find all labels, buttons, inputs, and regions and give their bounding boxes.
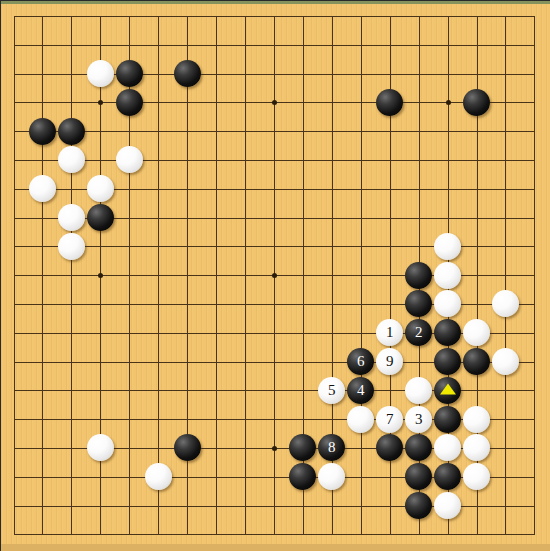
intersection[interactable] bbox=[231, 117, 260, 146]
intersection[interactable] bbox=[115, 232, 144, 261]
intersection[interactable] bbox=[115, 30, 144, 59]
intersection[interactable] bbox=[375, 290, 404, 319]
white-stone[interactable] bbox=[492, 348, 519, 375]
intersection[interactable] bbox=[491, 462, 520, 491]
intersection[interactable] bbox=[115, 59, 144, 88]
intersection[interactable] bbox=[28, 30, 57, 59]
intersection[interactable] bbox=[231, 462, 260, 491]
intersection[interactable] bbox=[115, 520, 144, 549]
intersection[interactable] bbox=[404, 146, 433, 175]
intersection[interactable] bbox=[173, 174, 202, 203]
intersection[interactable] bbox=[491, 520, 520, 549]
intersection[interactable] bbox=[86, 203, 115, 232]
intersection[interactable]: 6 bbox=[346, 347, 375, 376]
intersection[interactable] bbox=[462, 347, 491, 376]
black-stone[interactable] bbox=[434, 348, 461, 375]
black-stone[interactable] bbox=[58, 118, 85, 145]
intersection[interactable] bbox=[86, 462, 115, 491]
intersection[interactable] bbox=[317, 59, 346, 88]
intersection[interactable] bbox=[0, 290, 28, 319]
intersection[interactable] bbox=[259, 146, 288, 175]
intersection[interactable] bbox=[259, 88, 288, 117]
white-stone[interactable]: 3 bbox=[405, 406, 432, 433]
white-stone[interactable] bbox=[58, 204, 85, 231]
intersection[interactable] bbox=[288, 59, 317, 88]
intersection[interactable] bbox=[259, 376, 288, 405]
intersection[interactable] bbox=[491, 290, 520, 319]
intersection[interactable] bbox=[231, 290, 260, 319]
board-grid[interactable]: 126954738 bbox=[0, 2, 549, 549]
intersection[interactable] bbox=[520, 520, 549, 549]
intersection[interactable] bbox=[0, 232, 28, 261]
intersection[interactable] bbox=[375, 491, 404, 520]
intersection[interactable] bbox=[433, 146, 462, 175]
intersection[interactable] bbox=[57, 30, 86, 59]
black-stone[interactable]: 4 bbox=[347, 377, 374, 404]
intersection[interactable] bbox=[28, 462, 57, 491]
black-stone[interactable] bbox=[434, 377, 461, 404]
intersection[interactable] bbox=[144, 88, 173, 117]
intersection[interactable] bbox=[259, 318, 288, 347]
intersection[interactable] bbox=[404, 347, 433, 376]
intersection[interactable] bbox=[0, 318, 28, 347]
black-stone[interactable] bbox=[174, 434, 201, 461]
white-stone[interactable] bbox=[463, 463, 490, 490]
intersection[interactable] bbox=[433, 318, 462, 347]
intersection[interactable] bbox=[115, 318, 144, 347]
white-stone[interactable]: 5 bbox=[318, 377, 345, 404]
intersection[interactable] bbox=[86, 318, 115, 347]
intersection[interactable] bbox=[231, 146, 260, 175]
intersection[interactable] bbox=[115, 347, 144, 376]
intersection[interactable] bbox=[375, 434, 404, 463]
intersection[interactable] bbox=[259, 261, 288, 290]
intersection[interactable]: 9 bbox=[375, 347, 404, 376]
intersection[interactable] bbox=[346, 290, 375, 319]
intersection[interactable] bbox=[259, 520, 288, 549]
intersection[interactable] bbox=[57, 174, 86, 203]
intersection[interactable] bbox=[259, 462, 288, 491]
intersection[interactable] bbox=[491, 434, 520, 463]
intersection[interactable] bbox=[231, 520, 260, 549]
intersection[interactable] bbox=[86, 146, 115, 175]
intersection[interactable] bbox=[288, 2, 317, 31]
intersection[interactable] bbox=[433, 88, 462, 117]
intersection[interactable]: 1 bbox=[375, 318, 404, 347]
intersection[interactable] bbox=[520, 376, 549, 405]
intersection[interactable] bbox=[462, 376, 491, 405]
intersection[interactable] bbox=[404, 2, 433, 31]
intersection[interactable] bbox=[231, 2, 260, 31]
intersection[interactable] bbox=[462, 146, 491, 175]
intersection[interactable] bbox=[28, 203, 57, 232]
intersection[interactable] bbox=[173, 2, 202, 31]
intersection[interactable] bbox=[28, 491, 57, 520]
intersection[interactable] bbox=[288, 261, 317, 290]
white-stone[interactable] bbox=[463, 434, 490, 461]
intersection[interactable] bbox=[28, 232, 57, 261]
black-stone[interactable] bbox=[434, 319, 461, 346]
intersection[interactable] bbox=[375, 30, 404, 59]
intersection[interactable] bbox=[57, 117, 86, 146]
intersection[interactable] bbox=[491, 88, 520, 117]
intersection[interactable] bbox=[173, 261, 202, 290]
intersection[interactable] bbox=[144, 491, 173, 520]
intersection[interactable] bbox=[86, 491, 115, 520]
intersection[interactable] bbox=[433, 232, 462, 261]
intersection[interactable] bbox=[491, 59, 520, 88]
intersection[interactable] bbox=[173, 376, 202, 405]
intersection[interactable] bbox=[259, 347, 288, 376]
intersection[interactable] bbox=[144, 261, 173, 290]
intersection[interactable] bbox=[404, 117, 433, 146]
intersection[interactable] bbox=[462, 88, 491, 117]
intersection[interactable] bbox=[317, 174, 346, 203]
black-stone[interactable] bbox=[116, 89, 143, 116]
intersection[interactable] bbox=[375, 2, 404, 31]
intersection[interactable] bbox=[346, 30, 375, 59]
intersection[interactable] bbox=[462, 117, 491, 146]
intersection[interactable] bbox=[259, 491, 288, 520]
intersection[interactable] bbox=[86, 347, 115, 376]
intersection[interactable] bbox=[433, 30, 462, 59]
intersection[interactable] bbox=[202, 30, 231, 59]
white-stone[interactable] bbox=[318, 463, 345, 490]
intersection[interactable] bbox=[86, 232, 115, 261]
intersection[interactable] bbox=[86, 405, 115, 434]
intersection[interactable] bbox=[115, 290, 144, 319]
intersection[interactable] bbox=[317, 117, 346, 146]
intersection[interactable] bbox=[57, 88, 86, 117]
intersection[interactable] bbox=[491, 117, 520, 146]
intersection[interactable] bbox=[520, 261, 549, 290]
intersection[interactable] bbox=[86, 261, 115, 290]
intersection[interactable] bbox=[173, 146, 202, 175]
intersection[interactable] bbox=[346, 318, 375, 347]
intersection[interactable] bbox=[231, 405, 260, 434]
intersection[interactable] bbox=[28, 88, 57, 117]
intersection[interactable] bbox=[462, 30, 491, 59]
intersection[interactable] bbox=[404, 59, 433, 88]
white-stone[interactable] bbox=[87, 175, 114, 202]
intersection[interactable] bbox=[288, 174, 317, 203]
black-stone[interactable]: 2 bbox=[405, 319, 432, 346]
intersection[interactable] bbox=[520, 30, 549, 59]
intersection[interactable] bbox=[115, 434, 144, 463]
intersection[interactable] bbox=[491, 318, 520, 347]
intersection[interactable] bbox=[86, 290, 115, 319]
intersection[interactable] bbox=[404, 520, 433, 549]
intersection[interactable] bbox=[433, 174, 462, 203]
intersection[interactable] bbox=[259, 290, 288, 319]
intersection[interactable] bbox=[462, 232, 491, 261]
intersection[interactable] bbox=[28, 434, 57, 463]
intersection[interactable] bbox=[433, 59, 462, 88]
intersection[interactable] bbox=[202, 491, 231, 520]
intersection[interactable] bbox=[491, 261, 520, 290]
intersection[interactable] bbox=[0, 405, 28, 434]
intersection[interactable] bbox=[0, 347, 28, 376]
white-stone[interactable] bbox=[87, 60, 114, 87]
intersection[interactable] bbox=[173, 117, 202, 146]
intersection[interactable] bbox=[288, 434, 317, 463]
intersection[interactable] bbox=[404, 30, 433, 59]
intersection[interactable] bbox=[28, 146, 57, 175]
intersection[interactable] bbox=[375, 376, 404, 405]
intersection[interactable] bbox=[491, 30, 520, 59]
intersection[interactable] bbox=[57, 232, 86, 261]
intersection[interactable] bbox=[346, 232, 375, 261]
intersection[interactable] bbox=[144, 30, 173, 59]
intersection[interactable] bbox=[491, 405, 520, 434]
intersection[interactable] bbox=[491, 203, 520, 232]
intersection[interactable] bbox=[317, 462, 346, 491]
black-stone[interactable]: 8 bbox=[318, 434, 345, 461]
white-stone[interactable] bbox=[434, 233, 461, 260]
white-stone[interactable] bbox=[347, 406, 374, 433]
white-stone[interactable] bbox=[434, 290, 461, 317]
intersection[interactable] bbox=[57, 290, 86, 319]
intersection[interactable] bbox=[346, 491, 375, 520]
intersection[interactable] bbox=[202, 462, 231, 491]
intersection[interactable] bbox=[404, 462, 433, 491]
intersection[interactable] bbox=[231, 203, 260, 232]
intersection[interactable] bbox=[57, 146, 86, 175]
intersection[interactable] bbox=[520, 88, 549, 117]
white-stone[interactable] bbox=[116, 146, 143, 173]
intersection[interactable] bbox=[462, 318, 491, 347]
intersection[interactable] bbox=[288, 318, 317, 347]
intersection[interactable] bbox=[115, 491, 144, 520]
intersection[interactable] bbox=[346, 261, 375, 290]
intersection[interactable] bbox=[259, 434, 288, 463]
intersection[interactable] bbox=[144, 117, 173, 146]
black-stone[interactable] bbox=[289, 463, 316, 490]
intersection[interactable] bbox=[28, 117, 57, 146]
intersection[interactable] bbox=[317, 30, 346, 59]
intersection[interactable] bbox=[288, 347, 317, 376]
intersection[interactable] bbox=[491, 174, 520, 203]
intersection[interactable] bbox=[462, 2, 491, 31]
intersection[interactable] bbox=[0, 117, 28, 146]
intersection[interactable] bbox=[375, 117, 404, 146]
intersection[interactable] bbox=[231, 434, 260, 463]
white-stone[interactable] bbox=[434, 262, 461, 289]
black-stone[interactable] bbox=[405, 290, 432, 317]
intersection[interactable] bbox=[317, 347, 346, 376]
intersection[interactable] bbox=[202, 174, 231, 203]
white-stone[interactable] bbox=[87, 434, 114, 461]
intersection[interactable] bbox=[520, 146, 549, 175]
intersection[interactable] bbox=[86, 117, 115, 146]
intersection[interactable] bbox=[346, 117, 375, 146]
intersection[interactable] bbox=[28, 59, 57, 88]
intersection[interactable] bbox=[144, 232, 173, 261]
black-stone[interactable] bbox=[116, 60, 143, 87]
intersection[interactable] bbox=[0, 462, 28, 491]
intersection[interactable]: 2 bbox=[404, 318, 433, 347]
intersection[interactable] bbox=[202, 376, 231, 405]
intersection[interactable] bbox=[404, 434, 433, 463]
intersection[interactable] bbox=[0, 376, 28, 405]
intersection[interactable] bbox=[173, 88, 202, 117]
intersection[interactable] bbox=[520, 405, 549, 434]
intersection[interactable] bbox=[0, 203, 28, 232]
intersection[interactable] bbox=[317, 290, 346, 319]
intersection[interactable] bbox=[491, 146, 520, 175]
intersection[interactable] bbox=[115, 117, 144, 146]
intersection[interactable] bbox=[28, 347, 57, 376]
intersection[interactable] bbox=[231, 59, 260, 88]
intersection[interactable] bbox=[57, 203, 86, 232]
intersection[interactable] bbox=[404, 174, 433, 203]
intersection[interactable] bbox=[144, 376, 173, 405]
intersection[interactable] bbox=[57, 520, 86, 549]
white-stone[interactable] bbox=[434, 434, 461, 461]
intersection[interactable] bbox=[462, 462, 491, 491]
intersection[interactable] bbox=[462, 491, 491, 520]
white-stone[interactable] bbox=[463, 406, 490, 433]
intersection[interactable] bbox=[259, 405, 288, 434]
white-stone[interactable] bbox=[405, 377, 432, 404]
intersection[interactable] bbox=[433, 405, 462, 434]
intersection[interactable] bbox=[0, 491, 28, 520]
black-stone[interactable] bbox=[405, 463, 432, 490]
intersection[interactable] bbox=[86, 376, 115, 405]
intersection[interactable] bbox=[144, 174, 173, 203]
intersection[interactable] bbox=[173, 347, 202, 376]
go-board[interactable]: 126954738 bbox=[0, 0, 550, 551]
intersection[interactable] bbox=[231, 232, 260, 261]
intersection[interactable] bbox=[433, 2, 462, 31]
intersection[interactable] bbox=[86, 30, 115, 59]
intersection[interactable] bbox=[231, 261, 260, 290]
intersection[interactable] bbox=[259, 174, 288, 203]
intersection[interactable] bbox=[144, 290, 173, 319]
intersection[interactable] bbox=[288, 462, 317, 491]
intersection[interactable] bbox=[115, 2, 144, 31]
intersection[interactable] bbox=[375, 146, 404, 175]
intersection[interactable] bbox=[0, 520, 28, 549]
intersection[interactable] bbox=[173, 405, 202, 434]
intersection[interactable] bbox=[491, 491, 520, 520]
white-stone[interactable] bbox=[58, 233, 85, 260]
black-stone[interactable] bbox=[434, 406, 461, 433]
intersection[interactable] bbox=[259, 30, 288, 59]
intersection[interactable]: 3 bbox=[404, 405, 433, 434]
intersection[interactable] bbox=[86, 88, 115, 117]
intersection[interactable] bbox=[375, 174, 404, 203]
black-stone[interactable]: 6 bbox=[347, 348, 374, 375]
intersection[interactable] bbox=[375, 88, 404, 117]
intersection[interactable] bbox=[462, 520, 491, 549]
intersection[interactable] bbox=[433, 347, 462, 376]
intersection[interactable] bbox=[317, 232, 346, 261]
intersection[interactable] bbox=[520, 232, 549, 261]
intersection[interactable]: 7 bbox=[375, 405, 404, 434]
intersection[interactable] bbox=[520, 434, 549, 463]
intersection[interactable] bbox=[375, 59, 404, 88]
intersection[interactable] bbox=[375, 462, 404, 491]
intersection[interactable] bbox=[317, 146, 346, 175]
intersection[interactable] bbox=[520, 318, 549, 347]
intersection[interactable] bbox=[144, 520, 173, 549]
intersection[interactable] bbox=[115, 261, 144, 290]
intersection[interactable] bbox=[375, 232, 404, 261]
intersection[interactable] bbox=[288, 88, 317, 117]
intersection[interactable] bbox=[28, 174, 57, 203]
black-stone[interactable] bbox=[463, 348, 490, 375]
intersection[interactable] bbox=[288, 232, 317, 261]
intersection[interactable] bbox=[144, 59, 173, 88]
white-stone[interactable] bbox=[58, 146, 85, 173]
intersection[interactable] bbox=[57, 261, 86, 290]
intersection[interactable] bbox=[86, 2, 115, 31]
intersection[interactable] bbox=[462, 59, 491, 88]
intersection[interactable] bbox=[259, 2, 288, 31]
intersection[interactable] bbox=[375, 203, 404, 232]
intersection[interactable] bbox=[28, 405, 57, 434]
intersection[interactable] bbox=[115, 174, 144, 203]
intersection[interactable] bbox=[288, 203, 317, 232]
intersection[interactable] bbox=[202, 117, 231, 146]
intersection[interactable] bbox=[288, 520, 317, 549]
intersection[interactable] bbox=[520, 491, 549, 520]
intersection[interactable] bbox=[346, 59, 375, 88]
intersection[interactable] bbox=[202, 232, 231, 261]
intersection[interactable] bbox=[404, 290, 433, 319]
white-stone[interactable]: 1 bbox=[376, 319, 403, 346]
white-stone[interactable]: 7 bbox=[376, 406, 403, 433]
intersection[interactable]: 8 bbox=[317, 434, 346, 463]
intersection[interactable] bbox=[462, 203, 491, 232]
intersection[interactable] bbox=[259, 232, 288, 261]
intersection[interactable] bbox=[28, 2, 57, 31]
intersection[interactable] bbox=[404, 261, 433, 290]
intersection[interactable] bbox=[0, 434, 28, 463]
intersection[interactable] bbox=[462, 290, 491, 319]
black-stone[interactable] bbox=[405, 262, 432, 289]
intersection[interactable] bbox=[433, 434, 462, 463]
intersection[interactable] bbox=[491, 232, 520, 261]
intersection[interactable] bbox=[86, 434, 115, 463]
intersection[interactable] bbox=[202, 59, 231, 88]
intersection[interactable] bbox=[173, 520, 202, 549]
intersection[interactable] bbox=[520, 59, 549, 88]
intersection[interactable] bbox=[28, 520, 57, 549]
intersection[interactable] bbox=[404, 203, 433, 232]
intersection[interactable] bbox=[288, 491, 317, 520]
intersection[interactable] bbox=[57, 434, 86, 463]
intersection[interactable] bbox=[202, 88, 231, 117]
intersection[interactable] bbox=[259, 203, 288, 232]
intersection[interactable] bbox=[404, 376, 433, 405]
intersection[interactable] bbox=[144, 146, 173, 175]
intersection[interactable] bbox=[86, 174, 115, 203]
black-stone[interactable] bbox=[376, 434, 403, 461]
intersection[interactable] bbox=[520, 117, 549, 146]
intersection[interactable] bbox=[0, 30, 28, 59]
intersection[interactable] bbox=[462, 434, 491, 463]
intersection[interactable] bbox=[346, 434, 375, 463]
intersection[interactable] bbox=[173, 462, 202, 491]
intersection[interactable] bbox=[317, 88, 346, 117]
intersection[interactable] bbox=[86, 59, 115, 88]
intersection[interactable] bbox=[86, 520, 115, 549]
black-stone[interactable] bbox=[289, 434, 316, 461]
intersection[interactable] bbox=[231, 491, 260, 520]
intersection[interactable] bbox=[57, 376, 86, 405]
